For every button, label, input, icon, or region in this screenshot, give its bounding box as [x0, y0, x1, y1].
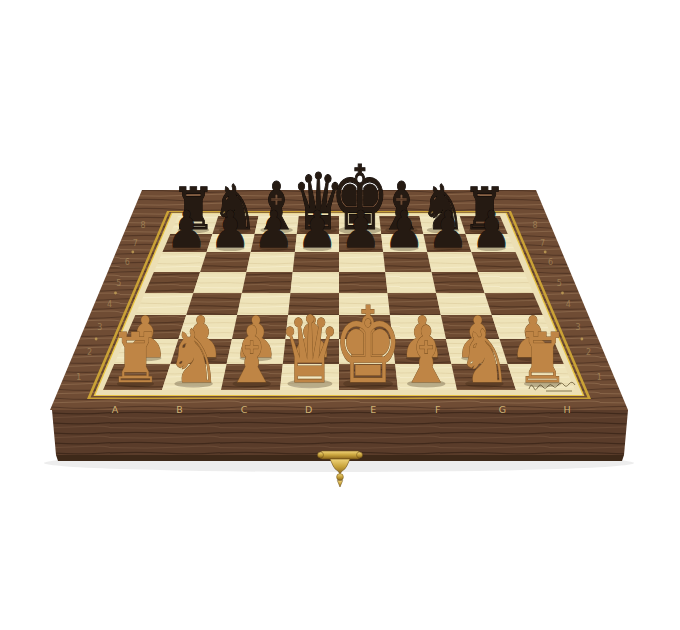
file-label-D: D	[305, 404, 312, 415]
piece-white-knight-b1[interactable]: ♞	[167, 314, 221, 399]
file-label-H: H	[563, 404, 570, 415]
chess-board: ABCDEFGH1122334455667788♜♞♝♛♚♝♞♜♟♟♟♟♟♟♟♟…	[0, 0, 680, 630]
frame-pin	[114, 292, 117, 295]
square-a5[interactable]	[145, 272, 200, 293]
rank-label-right-2: 2	[586, 348, 591, 357]
piece-white-bishop-c1[interactable]: ♝	[225, 309, 279, 400]
piece-white-queen-d1[interactable]: ♛	[279, 297, 342, 404]
piece-white-bishop-f1[interactable]: ♝	[399, 309, 453, 400]
case-front-face	[52, 410, 628, 455]
piece-black-pawn-c7[interactable]: ♟	[253, 200, 293, 258]
file-label-G: G	[499, 404, 506, 415]
frame-pin	[561, 292, 564, 295]
rank-label-left-8: 8	[140, 221, 145, 230]
piece-white-knight-g1[interactable]: ♞	[458, 314, 512, 399]
piece-black-pawn-b7[interactable]: ♟	[210, 200, 250, 258]
piece-black-pawn-h7[interactable]: ♟	[471, 200, 511, 258]
frame-pin	[95, 338, 98, 341]
square-c5[interactable]	[242, 272, 293, 293]
rank-label-left-1: 1	[76, 373, 81, 382]
rank-label-left-7: 7	[133, 239, 138, 248]
piece-black-pawn-d7[interactable]: ♟	[297, 200, 337, 258]
rank-label-left-5: 5	[116, 279, 121, 288]
rank-label-right-3: 3	[576, 323, 581, 332]
rank-label-right-4: 4	[566, 300, 571, 309]
chess-set-photo: ABCDEFGH1122334455667788♜♞♝♛♚♝♞♜♟♟♟♟♟♟♟♟…	[0, 0, 680, 630]
rank-label-left-6: 6	[125, 258, 130, 267]
rank-label-left-4: 4	[107, 300, 112, 309]
rank-label-right-8: 8	[533, 221, 538, 230]
file-label-C: C	[241, 404, 248, 415]
rank-label-left-3: 3	[97, 323, 102, 332]
square-h5[interactable]	[478, 272, 533, 293]
piece-black-pawn-f7[interactable]: ♟	[384, 200, 424, 258]
piece-white-king-e1[interactable]: ♚	[333, 284, 403, 407]
frame-pin	[544, 251, 547, 254]
piece-black-pawn-e7[interactable]: ♟	[341, 200, 381, 258]
file-label-A: A	[112, 404, 119, 415]
piece-black-pawn-g7[interactable]: ♟	[428, 200, 468, 258]
square-g5[interactable]	[432, 272, 485, 293]
file-label-B: B	[176, 404, 183, 415]
frame-pin	[131, 251, 134, 254]
rank-label-right-5: 5	[557, 279, 562, 288]
rank-label-right-6: 6	[548, 258, 553, 267]
square-b5[interactable]	[193, 272, 246, 293]
file-label-F: F	[435, 404, 440, 415]
frame-pin	[580, 338, 583, 341]
piece-white-rook-a1[interactable]: ♜	[109, 319, 161, 399]
rank-label-right-1: 1	[597, 373, 602, 382]
rank-label-left-2: 2	[87, 348, 92, 357]
piece-white-rook-h1[interactable]: ♜	[517, 319, 569, 399]
square-d5[interactable]	[290, 272, 339, 293]
rank-label-right-7: 7	[540, 239, 545, 248]
piece-black-pawn-a7[interactable]: ♟	[166, 200, 206, 258]
